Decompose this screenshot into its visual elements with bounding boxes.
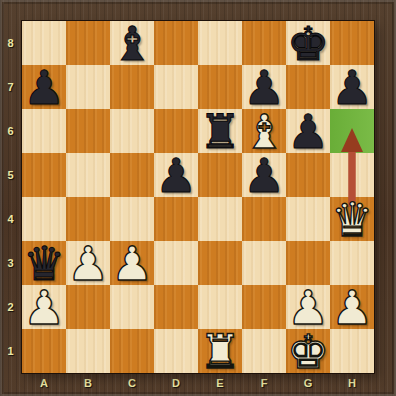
- piece-white-bishop-f6[interactable]: ♝: [242, 109, 286, 153]
- square-b2[interactable]: [66, 285, 110, 329]
- piece-black-pawn-d5[interactable]: ♟: [154, 153, 198, 197]
- piece-white-pawn-c3[interactable]: ♟: [110, 241, 154, 285]
- file-label-c: C: [110, 372, 154, 393]
- piece-white-queen-h4[interactable]: ♛: [330, 197, 374, 241]
- rank-label-5: 5: [0, 153, 21, 197]
- square-b7[interactable]: [66, 65, 110, 109]
- square-c5[interactable]: [110, 153, 154, 197]
- piece-black-rook-e6[interactable]: ♜: [198, 109, 242, 153]
- square-d8[interactable]: [154, 21, 198, 65]
- square-a8[interactable]: [22, 21, 66, 65]
- piece-black-pawn-f5[interactable]: ♟: [242, 153, 286, 197]
- square-g5[interactable]: [286, 153, 330, 197]
- square-b5[interactable]: [66, 153, 110, 197]
- square-c2[interactable]: [110, 285, 154, 329]
- square-b1[interactable]: [66, 329, 110, 373]
- rank-label-6: 6: [0, 109, 21, 153]
- square-b6[interactable]: [66, 109, 110, 153]
- square-e2[interactable]: [198, 285, 242, 329]
- file-label-d: D: [154, 372, 198, 393]
- square-f8[interactable]: [242, 21, 286, 65]
- square-e8[interactable]: [198, 21, 242, 65]
- square-c1[interactable]: [110, 329, 154, 373]
- square-a5[interactable]: [22, 153, 66, 197]
- square-e5[interactable]: [198, 153, 242, 197]
- square-e3[interactable]: [198, 241, 242, 285]
- square-h3[interactable]: [330, 241, 374, 285]
- file-label-f: F: [242, 372, 286, 393]
- square-f4[interactable]: [242, 197, 286, 241]
- square-g7[interactable]: [286, 65, 330, 109]
- piece-black-bishop-c8[interactable]: ♝: [110, 21, 154, 65]
- rank-label-8: 8: [0, 21, 21, 65]
- piece-white-rook-e1[interactable]: ♜: [198, 329, 242, 373]
- square-f1[interactable]: [242, 329, 286, 373]
- file-label-h: H: [330, 372, 374, 393]
- square-f3[interactable]: [242, 241, 286, 285]
- piece-black-queen-a3[interactable]: ♛: [22, 241, 66, 285]
- square-b8[interactable]: [66, 21, 110, 65]
- square-b4[interactable]: [66, 197, 110, 241]
- piece-black-king-g8[interactable]: ♚: [286, 21, 330, 65]
- square-h5[interactable]: [330, 153, 374, 197]
- square-d6[interactable]: [154, 109, 198, 153]
- piece-black-pawn-f7[interactable]: ♟: [242, 65, 286, 109]
- piece-white-king-g1[interactable]: ♚: [286, 329, 330, 373]
- square-g3[interactable]: [286, 241, 330, 285]
- rank-labels: 87654321: [0, 21, 21, 373]
- piece-black-pawn-a7[interactable]: ♟: [22, 65, 66, 109]
- square-c4[interactable]: [110, 197, 154, 241]
- square-h1[interactable]: [330, 329, 374, 373]
- piece-black-pawn-g6[interactable]: ♟: [286, 109, 330, 153]
- rank-label-3: 3: [0, 241, 21, 285]
- piece-white-pawn-g2[interactable]: ♟: [286, 285, 330, 329]
- square-d3[interactable]: [154, 241, 198, 285]
- wooden-frame: 87654321 ABCDEFGH ♝♚♟♟♟♜♝♟♟♟♛♛♟♟♟♟♟♜♚: [0, 0, 396, 396]
- rank-label-1: 1: [0, 329, 21, 373]
- square-d4[interactable]: [154, 197, 198, 241]
- square-d2[interactable]: [154, 285, 198, 329]
- file-label-a: A: [22, 372, 66, 393]
- square-c6[interactable]: [110, 109, 154, 153]
- square-e7[interactable]: [198, 65, 242, 109]
- rank-label-2: 2: [0, 285, 21, 329]
- square-d1[interactable]: [154, 329, 198, 373]
- square-a1[interactable]: [22, 329, 66, 373]
- rank-label-7: 7: [0, 65, 21, 109]
- square-d7[interactable]: [154, 65, 198, 109]
- square-h6[interactable]: [330, 109, 374, 153]
- chess-board[interactable]: ♝♚♟♟♟♜♝♟♟♟♛♛♟♟♟♟♟♜♚: [22, 21, 374, 373]
- piece-white-pawn-a2[interactable]: ♟: [22, 285, 66, 329]
- rank-label-4: 4: [0, 197, 21, 241]
- square-e4[interactable]: [198, 197, 242, 241]
- piece-white-pawn-b3[interactable]: ♟: [66, 241, 110, 285]
- square-a6[interactable]: [22, 109, 66, 153]
- piece-black-pawn-h7[interactable]: ♟: [330, 65, 374, 109]
- square-h8[interactable]: [330, 21, 374, 65]
- square-c7[interactable]: [110, 65, 154, 109]
- square-g4[interactable]: [286, 197, 330, 241]
- piece-white-pawn-h2[interactable]: ♟: [330, 285, 374, 329]
- square-a4[interactable]: [22, 197, 66, 241]
- file-label-b: B: [66, 372, 110, 393]
- square-f2[interactable]: [242, 285, 286, 329]
